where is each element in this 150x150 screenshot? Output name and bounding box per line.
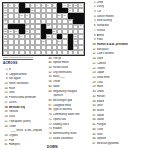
clue-text: Chopped meat [53, 104, 71, 107]
clue-text: Opera solo [53, 118, 67, 121]
cell-number: 26 [74, 24, 76, 26]
clue-line: 75South southeast [47, 137, 90, 142]
cell-number: 8 [47, 4, 48, 6]
cell-number: 42 [74, 45, 76, 47]
clue-text: Japan [97, 71, 105, 74]
cell-number: 35 [47, 35, 49, 37]
clue-text: Northeasterly route [53, 132, 77, 135]
cell-number: 23 [69, 19, 71, 21]
clue-text: Professional premium [9, 96, 36, 99]
clue-text: Nickel [97, 109, 105, 112]
clue-text: Mexican pyramids [97, 142, 120, 145]
clue-text: South southeast [53, 137, 73, 140]
clue-text: Order [9, 125, 16, 128]
watermark-caption: www.crosswordpuzzles.com [3, 56, 33, 59]
clue-text: Plan [9, 139, 15, 142]
clue-text: Rush [9, 87, 16, 90]
cell-number: 41 [4, 45, 6, 47]
cell-number: 15 [31, 9, 33, 11]
clue-text: Spear [97, 114, 104, 117]
cell-number: 3 [15, 4, 16, 6]
clue-text: Guilt [97, 133, 103, 136]
clue-text: The pit [53, 57, 62, 60]
cell-number: 7 [42, 4, 43, 6]
cell-number: 37 [4, 40, 6, 42]
clue-text: School [97, 29, 106, 32]
clue-text: Outfit [97, 128, 104, 131]
crossword-grid: 1234567891011121314151617181920212223242… [2, 2, 85, 56]
clue-text: Retain [97, 95, 105, 98]
cell-number: 28 [4, 30, 6, 32]
cell-number: 30 [15, 30, 17, 32]
clue-text: Fatigue [97, 123, 106, 126]
clue-text: Organs [9, 134, 18, 137]
cell-number: 32 [53, 30, 55, 32]
down-clue-list: 1Drew2Dusty3Cut4Dance moves5Web activity… [91, 1, 149, 147]
clue-text: Shoe men [97, 76, 110, 79]
clue-text: Nova ___ [53, 75, 65, 78]
clue-text: Oboes [97, 67, 105, 70]
cell-number: 2 [10, 4, 11, 6]
clue-text: particle [53, 94, 63, 97]
cell-number: 13 [80, 4, 82, 6]
cell-number: 27 [80, 24, 82, 26]
cell-number: 17 [4, 14, 6, 16]
cell-number: 19 [26, 14, 28, 16]
cell-number: 14 [4, 9, 6, 11]
clue-text: Fans [97, 38, 103, 41]
clue-line: 47Mexican pyramids [91, 142, 149, 147]
clue-text: Type of wisteria [53, 108, 72, 111]
clue-text: Inconclusive [53, 66, 68, 69]
clue-text: Messenger god [53, 99, 72, 102]
clue-text: Dance moves [97, 15, 114, 18]
clue-text: Humor & A.A. president [97, 43, 128, 46]
white-cell[interactable] [78, 50, 83, 55]
cell-number: 31 [26, 30, 28, 32]
cell-number: 10 [63, 4, 65, 6]
clue-text: Sewing stitch [53, 123, 69, 126]
cell-number: 6 [37, 4, 38, 6]
cell-number: 36 [74, 35, 76, 37]
cell-number: 18 [20, 14, 22, 16]
cell-number: 24 [26, 24, 28, 26]
cell-number: 33 [4, 35, 6, 37]
clue-text: Community water line [53, 113, 80, 116]
cell-number: 1 [4, 4, 5, 6]
cell-number: 9 [53, 4, 54, 6]
cell-number: 21 [63, 14, 65, 16]
clue-text: Glue [97, 104, 103, 107]
cell-number: 16 [69, 9, 71, 11]
clue-text: Ulcers [9, 101, 17, 104]
clue-text: Haze [97, 85, 104, 88]
clue-text: Jewel [97, 90, 104, 93]
clue-text: Arena [97, 34, 104, 37]
clue-text: Speed metric [53, 61, 69, 64]
clue-text: Onion [53, 80, 60, 83]
clue-text: Cameo [97, 62, 106, 65]
clue-text: Glare [53, 85, 60, 88]
clue-text: Cut [97, 10, 101, 13]
cell-number: 22 [4, 19, 6, 21]
cell-number: 38 [42, 40, 44, 42]
clue-text: Dusty [97, 5, 104, 8]
cell-number: 5 [31, 4, 32, 6]
cell-number: 25 [47, 24, 49, 26]
clue-text: Copped wheel [9, 73, 27, 76]
clue-text: "___ verse" & Ms. Depard [9, 129, 42, 132]
clue-text: Local [9, 115, 16, 118]
clue-text: Spoken [97, 137, 107, 140]
clue-text: Mexican city [9, 106, 26, 109]
clue-text: North southeast [9, 82, 29, 85]
across-continued-list: 46The pit48Speed metric50Inconclusive52L… [47, 57, 90, 142]
clue-text: Tusk [97, 81, 103, 84]
clue-text: Board [97, 100, 104, 103]
clue-text: Evades [53, 127, 62, 130]
clue-text: Blackjack [97, 48, 109, 51]
clue-text: Dole [9, 91, 15, 94]
clue-text: Transplant (attire) [9, 120, 31, 123]
cell-number: 20 [58, 14, 60, 16]
clue-text: Twisted [9, 110, 18, 113]
clue-text: In [9, 68, 11, 71]
cell-number: 29 [10, 30, 12, 32]
cell-number: 12 [74, 4, 76, 6]
clue-text: Web activity [97, 19, 112, 22]
down-header: DOWN [47, 145, 90, 149]
clue-text: Hampers [9, 143, 20, 146]
cell-number: 40 [74, 40, 76, 42]
across-clue-list: 1In4Copped wheel8Set again13North southe… [3, 68, 46, 148]
clue-text: Liken [97, 57, 104, 60]
clue-text: Wood box [97, 24, 110, 27]
cell-number: 4 [26, 4, 27, 6]
clue-text: Cain's brother [97, 52, 114, 55]
clue-line: 31Hampers [3, 143, 46, 148]
clue-text: Negatively charged [53, 90, 77, 93]
across-continued-column: 46The pit48Speed metric50Inconclusive52L… [47, 57, 90, 149]
across-header: ACROSS [3, 61, 46, 65]
cell-number: 43 [4, 50, 6, 52]
cell-number: 11 [69, 4, 71, 6]
clue-text: Leg extensions [53, 71, 72, 74]
down-clue-column: 1Drew2Dusty3Cut4Dance moves5Web activity… [91, 1, 149, 147]
clue-text: Set again [9, 77, 21, 80]
cell-number: 34 [20, 35, 22, 37]
across-clue-column: ACROSS 1In4Copped wheel8Set again13North… [3, 61, 46, 149]
cell-number: 39 [58, 40, 60, 42]
clue-text: Goofs [97, 118, 104, 121]
clue-text: Drew [97, 1, 104, 4]
